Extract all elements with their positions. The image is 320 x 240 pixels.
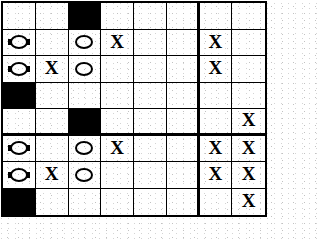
filled-cell-r3c0[interactable] <box>3 83 36 110</box>
cell-r5c0-circle-tabs[interactable] <box>3 136 36 163</box>
cell-r0c1-empty[interactable] <box>36 3 69 30</box>
cell-r7c1-empty[interactable] <box>36 189 69 216</box>
x-mark-icon: X <box>242 191 256 210</box>
cell-r4c7-xmark[interactable]: X <box>232 109 265 136</box>
tabbed-circle-icon <box>10 141 28 155</box>
cell-r2c7-empty[interactable] <box>232 56 265 83</box>
cell-r3c1-empty[interactable] <box>36 83 69 110</box>
cell-r6c1-xmark[interactable]: X <box>36 162 69 189</box>
cell-r7c5-empty[interactable] <box>167 189 200 216</box>
cell-r6c6-xmark[interactable]: X <box>200 162 233 189</box>
cell-r7c7-xmark[interactable]: X <box>232 189 265 216</box>
cell-r6c2-circle[interactable] <box>69 162 102 189</box>
tabbed-circle-icon <box>10 168 28 182</box>
x-mark-icon: X <box>45 58 59 77</box>
cell-r5c7-xmark[interactable]: X <box>232 136 265 163</box>
cell-r0c7-empty[interactable] <box>232 3 265 30</box>
cell-r3c6-empty[interactable] <box>200 83 233 110</box>
cell-r7c3-empty[interactable] <box>101 189 134 216</box>
cell-r3c2-empty[interactable] <box>69 83 102 110</box>
x-mark-icon: X <box>209 58 223 77</box>
cell-r6c3-empty[interactable] <box>101 162 134 189</box>
cell-r6c5-empty[interactable] <box>167 162 200 189</box>
cell-r1c0-circle-tabs[interactable] <box>3 30 36 57</box>
cell-r3c4-empty[interactable] <box>134 83 167 110</box>
cell-r2c3-empty[interactable] <box>101 56 134 83</box>
circle-icon <box>75 62 93 76</box>
cell-r0c3-empty[interactable] <box>101 3 134 30</box>
circle-icon <box>75 35 93 49</box>
cell-r4c1-empty[interactable] <box>36 109 69 136</box>
cell-r5c3-xmark[interactable]: X <box>101 136 134 163</box>
cell-r7c2-empty[interactable] <box>69 189 102 216</box>
x-mark-icon: X <box>209 32 223 51</box>
cell-r5c1-empty[interactable] <box>36 136 69 163</box>
cell-r1c1-empty[interactable] <box>36 30 69 57</box>
x-mark-icon: X <box>242 164 256 183</box>
cell-r2c5-empty[interactable] <box>167 56 200 83</box>
x-mark-icon: X <box>45 164 59 183</box>
cell-r1c7-empty[interactable] <box>232 30 265 57</box>
cell-r1c3-xmark[interactable]: X <box>101 30 134 57</box>
circle-icon <box>75 141 93 155</box>
x-mark-icon: X <box>242 110 256 129</box>
x-mark-icon: X <box>242 138 256 157</box>
circle-icon <box>75 168 93 182</box>
x-mark-icon: X <box>209 138 223 157</box>
cell-r4c3-empty[interactable] <box>101 109 134 136</box>
cell-r5c5-empty[interactable] <box>167 136 200 163</box>
cell-r3c7-empty[interactable] <box>232 83 265 110</box>
cell-r1c4-empty[interactable] <box>134 30 167 57</box>
cell-r4c5-empty[interactable] <box>167 109 200 136</box>
cell-r4c0-empty[interactable] <box>3 109 36 136</box>
tabbed-circle-icon <box>10 62 28 76</box>
cell-r3c5-empty[interactable] <box>167 83 200 110</box>
cell-r2c1-xmark[interactable]: X <box>36 56 69 83</box>
cell-r2c6-xmark[interactable]: X <box>200 56 233 83</box>
cell-r0c0-empty[interactable] <box>3 3 36 30</box>
filled-cell-r7c0[interactable] <box>3 189 36 216</box>
cell-r2c4-empty[interactable] <box>134 56 167 83</box>
tabbed-circle-icon <box>10 35 28 49</box>
x-mark-icon: X <box>110 32 124 51</box>
x-mark-icon: X <box>110 138 124 157</box>
cell-r7c6-empty[interactable] <box>200 189 233 216</box>
cell-r2c0-circle-tabs[interactable] <box>3 56 36 83</box>
cell-r5c4-empty[interactable] <box>134 136 167 163</box>
cell-r6c0-circle-tabs[interactable] <box>3 162 36 189</box>
filled-cell-r0c2[interactable] <box>69 3 102 30</box>
cell-r6c7-xmark[interactable]: X <box>232 162 265 189</box>
cell-r1c6-xmark[interactable]: X <box>200 30 233 57</box>
cell-r2c2-circle[interactable] <box>69 56 102 83</box>
cell-r0c4-empty[interactable] <box>134 3 167 30</box>
cell-r0c6-empty[interactable] <box>200 3 233 30</box>
cell-r6c4-empty[interactable] <box>134 162 167 189</box>
filled-cell-r4c2[interactable] <box>69 109 102 136</box>
cell-r0c5-empty[interactable] <box>167 3 200 30</box>
cell-r7c4-empty[interactable] <box>134 189 167 216</box>
cell-r5c2-circle[interactable] <box>69 136 102 163</box>
cell-r4c6-empty[interactable] <box>200 109 233 136</box>
x-mark-icon: X <box>209 164 223 183</box>
cell-r1c2-circle[interactable] <box>69 30 102 57</box>
cell-r4c4-empty[interactable] <box>134 109 167 136</box>
cell-r3c3-empty[interactable] <box>101 83 134 110</box>
puzzle-board: XXXXXXXXXXXX <box>1 1 267 217</box>
cell-r1c5-empty[interactable] <box>167 30 200 57</box>
cell-r5c6-xmark[interactable]: X <box>200 136 233 163</box>
